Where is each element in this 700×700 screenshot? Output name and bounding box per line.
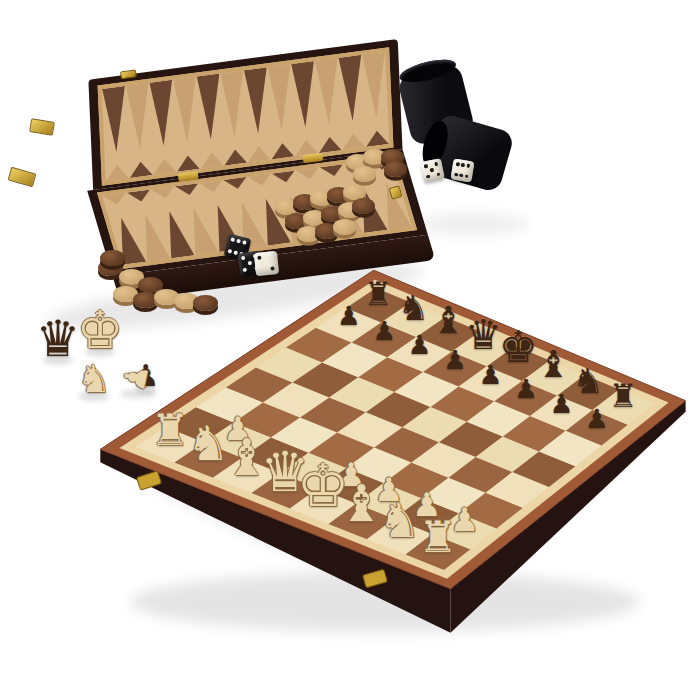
product-photo-scene: ♜♞♝♛♚♝♞♜♟♟♟♟♟♟♟♟♟♟♟♟♟♜♞♝♛♚♝♞♜♛♚♞♟♟ <box>0 0 700 700</box>
chess-board <box>0 0 700 700</box>
